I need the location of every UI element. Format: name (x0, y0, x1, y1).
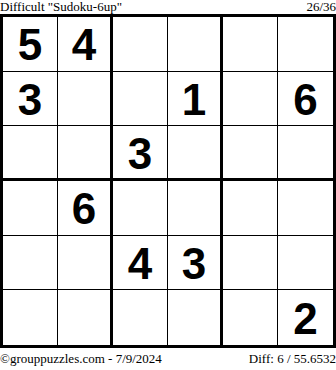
cell-r5c2[interactable] (58, 236, 113, 291)
cell-r1c6[interactable] (278, 17, 333, 72)
cell-r5c6[interactable] (278, 236, 333, 291)
cell-r1c4[interactable] (168, 17, 223, 72)
cell-r2c6[interactable]: 6 (278, 72, 333, 127)
puzzle-counter: 26/36 (306, 0, 336, 13)
cell-r5c4[interactable]: 3 (168, 236, 223, 291)
cell-r2c2[interactable] (58, 72, 113, 127)
cell-r5c3[interactable]: 4 (113, 236, 168, 291)
cell-r3c1[interactable] (3, 126, 58, 181)
cell-r6c5[interactable] (223, 290, 278, 345)
cell-r3c4[interactable] (168, 126, 223, 181)
copyright-text: ©grouppuzzles.com - 7/9/2024 (0, 352, 162, 366)
cell-r3c6[interactable] (278, 126, 333, 181)
cell-r3c2[interactable] (58, 126, 113, 181)
cell-r1c2[interactable]: 4 (58, 17, 113, 72)
cell-r4c1[interactable] (3, 181, 58, 236)
cell-r1c5[interactable] (223, 17, 278, 72)
cell-r5c5[interactable] (223, 236, 278, 291)
difficulty-text: Diff: 6 / 55.6532 (249, 352, 336, 366)
header: Difficult "Sudoku-6up" 26/36 (0, 0, 336, 14)
cell-r4c3[interactable] (113, 181, 168, 236)
cell-r1c3[interactable] (113, 17, 168, 72)
cell-r4c5[interactable] (223, 181, 278, 236)
cell-r3c3[interactable]: 3 (113, 126, 168, 181)
cell-r3c5[interactable] (223, 126, 278, 181)
cell-r2c3[interactable] (113, 72, 168, 127)
cell-r1c1[interactable]: 5 (3, 17, 58, 72)
cell-r6c2[interactable] (58, 290, 113, 345)
cell-r4c6[interactable] (278, 181, 333, 236)
cell-r4c4[interactable] (168, 181, 223, 236)
sudoku-board: 5431636432 (0, 14, 336, 348)
puzzle-title: Difficult "Sudoku-6up" (0, 0, 122, 13)
cell-r2c4[interactable]: 1 (168, 72, 223, 127)
cell-r6c3[interactable] (113, 290, 168, 345)
cell-r6c6[interactable]: 2 (278, 290, 333, 345)
cell-r6c4[interactable] (168, 290, 223, 345)
cell-r4c2[interactable]: 6 (58, 181, 113, 236)
footer: ©grouppuzzles.com - 7/9/2024 Diff: 6 / 5… (0, 352, 336, 366)
cell-r6c1[interactable] (3, 290, 58, 345)
cell-r2c5[interactable] (223, 72, 278, 127)
cell-r5c1[interactable] (3, 236, 58, 291)
cell-r2c1[interactable]: 3 (3, 72, 58, 127)
